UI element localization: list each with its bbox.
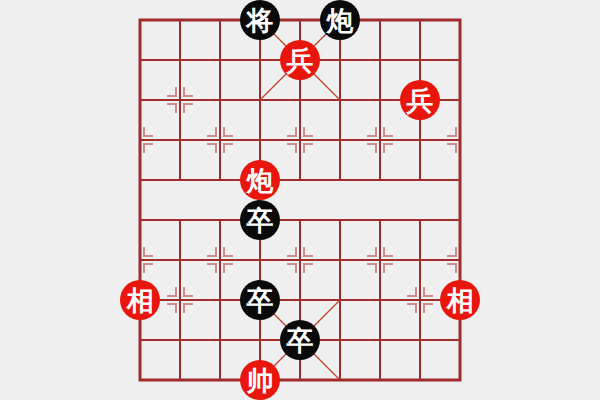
piece-black-soldier-3[interactable]: 卒	[280, 320, 320, 360]
piece-red-cannon[interactable]: 炮	[240, 160, 280, 200]
piece-black-cannon[interactable]: 炮	[320, 0, 360, 40]
xiangqi-endgame-screen: 将炮兵兵炮卒相卒相卒帅	[0, 0, 600, 400]
piece-black-soldier-2[interactable]: 卒	[240, 280, 280, 320]
piece-red-elephant-1[interactable]: 相	[120, 280, 160, 320]
piece-black-general[interactable]: 将	[240, 0, 280, 40]
piece-red-soldier-1[interactable]: 兵	[280, 40, 320, 80]
xiangqi-board[interactable]: 将炮兵兵炮卒相卒相卒帅	[120, 0, 480, 400]
piece-red-soldier-2[interactable]: 兵	[400, 80, 440, 120]
piece-black-soldier-1[interactable]: 卒	[240, 200, 280, 240]
piece-red-general[interactable]: 帅	[240, 360, 280, 400]
piece-red-elephant-2[interactable]: 相	[440, 280, 480, 320]
